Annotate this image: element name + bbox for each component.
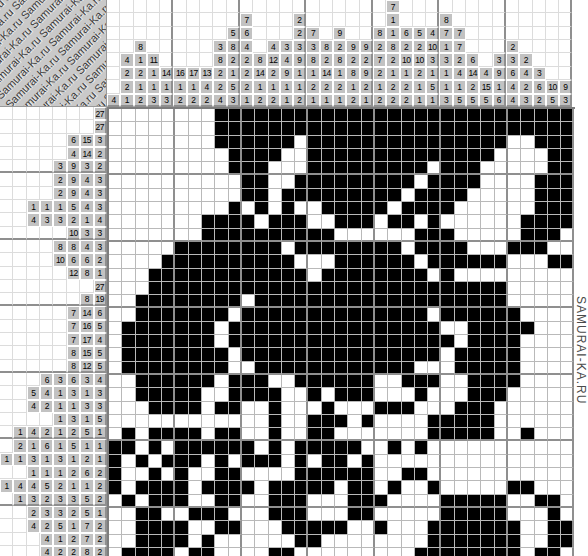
- grid-cell[interactable]: [295, 495, 308, 508]
- grid-cell[interactable]: [242, 455, 255, 468]
- grid-cell[interactable]: [441, 242, 454, 255]
- grid-cell[interactable]: [548, 175, 561, 188]
- grid-cell[interactable]: [508, 335, 521, 348]
- grid-cell[interactable]: [109, 508, 122, 521]
- grid-cell[interactable]: [468, 335, 481, 348]
- grid-cell[interactable]: [269, 215, 282, 228]
- grid-cell[interactable]: [136, 441, 149, 454]
- grid-cell[interactable]: [109, 375, 122, 388]
- grid-cell[interactable]: [122, 282, 135, 295]
- grid-cell[interactable]: [468, 481, 481, 494]
- grid-cell[interactable]: [468, 149, 481, 162]
- grid-cell[interactable]: [428, 308, 441, 321]
- grid-cell[interactable]: [109, 521, 122, 534]
- grid-cell[interactable]: [508, 468, 521, 481]
- grid-cell[interactable]: [508, 109, 521, 122]
- grid-cell[interactable]: [308, 109, 321, 122]
- grid-cell[interactable]: [189, 322, 202, 335]
- grid-cell[interactable]: [109, 481, 122, 494]
- grid-cell[interactable]: [175, 388, 188, 401]
- grid-cell[interactable]: [322, 149, 335, 162]
- grid-cell[interactable]: [508, 242, 521, 255]
- grid-cell[interactable]: [388, 468, 401, 481]
- grid-cell[interactable]: [269, 548, 282, 556]
- grid-cell[interactable]: [468, 136, 481, 149]
- grid-cell[interactable]: [122, 455, 135, 468]
- grid-cell[interactable]: [175, 242, 188, 255]
- grid-cell[interactable]: [162, 495, 175, 508]
- grid-cell[interactable]: [535, 548, 548, 556]
- grid-cell[interactable]: [455, 109, 468, 122]
- grid-cell[interactable]: [136, 415, 149, 428]
- grid-cell[interactable]: [189, 242, 202, 255]
- grid-cell[interactable]: [362, 229, 375, 242]
- grid-cell[interactable]: [508, 269, 521, 282]
- grid-cell[interactable]: [375, 322, 388, 335]
- grid-cell[interactable]: [202, 229, 215, 242]
- grid-cell[interactable]: [415, 229, 428, 242]
- grid-cell[interactable]: [242, 548, 255, 556]
- grid-cell[interactable]: [362, 428, 375, 441]
- grid-cell[interactable]: [415, 495, 428, 508]
- grid-cell[interactable]: [229, 335, 242, 348]
- grid-cell[interactable]: [388, 548, 401, 556]
- grid-cell[interactable]: [122, 295, 135, 308]
- grid-cell[interactable]: [202, 441, 215, 454]
- grid-cell[interactable]: [175, 189, 188, 202]
- grid-cell[interactable]: [348, 269, 361, 282]
- grid-cell[interactable]: [322, 441, 335, 454]
- grid-cell[interactable]: [428, 388, 441, 401]
- grid-cell[interactable]: [348, 282, 361, 295]
- grid-cell[interactable]: [215, 441, 228, 454]
- grid-cell[interactable]: [202, 455, 215, 468]
- grid-cell[interactable]: [415, 348, 428, 361]
- grid-cell[interactable]: [149, 468, 162, 481]
- grid-cell[interactable]: [415, 335, 428, 348]
- grid-cell[interactable]: [548, 335, 561, 348]
- grid-cell[interactable]: [548, 481, 561, 494]
- grid-cell[interactable]: [149, 269, 162, 282]
- grid-cell[interactable]: [295, 508, 308, 521]
- grid-cell[interactable]: [255, 348, 268, 361]
- grid-cell[interactable]: [215, 428, 228, 441]
- grid-cell[interactable]: [175, 375, 188, 388]
- grid-cell[interactable]: [149, 162, 162, 175]
- grid-cell[interactable]: [548, 162, 561, 175]
- grid-cell[interactable]: [242, 202, 255, 215]
- grid-cell[interactable]: [255, 415, 268, 428]
- grid-cell[interactable]: [548, 282, 561, 295]
- grid-cell[interactable]: [521, 348, 534, 361]
- grid-cell[interactable]: [215, 455, 228, 468]
- grid-cell[interactable]: [282, 215, 295, 228]
- grid-cell[interactable]: [375, 335, 388, 348]
- grid-cell[interactable]: [215, 481, 228, 494]
- grid-cell[interactable]: [295, 348, 308, 361]
- grid-cell[interactable]: [561, 242, 574, 255]
- grid-cell[interactable]: [468, 455, 481, 468]
- grid-cell[interactable]: [162, 175, 175, 188]
- grid-cell[interactable]: [149, 202, 162, 215]
- grid-cell[interactable]: [561, 255, 574, 268]
- grid-cell[interactable]: [402, 162, 415, 175]
- grid-cell[interactable]: [468, 308, 481, 321]
- grid-cell[interactable]: [455, 149, 468, 162]
- grid-cell[interactable]: [481, 428, 494, 441]
- grid-cell[interactable]: [402, 388, 415, 401]
- grid-cell[interactable]: [282, 122, 295, 135]
- grid-cell[interactable]: [508, 495, 521, 508]
- grid-cell[interactable]: [215, 282, 228, 295]
- grid-cell[interactable]: [535, 428, 548, 441]
- grid-cell[interactable]: [548, 388, 561, 401]
- grid-cell[interactable]: [481, 175, 494, 188]
- grid-cell[interactable]: [348, 521, 361, 534]
- grid-cell[interactable]: [481, 441, 494, 454]
- grid-cell[interactable]: [508, 295, 521, 308]
- grid-cell[interactable]: [322, 388, 335, 401]
- grid-cell[interactable]: [162, 229, 175, 242]
- grid-cell[interactable]: [388, 175, 401, 188]
- grid-cell[interactable]: [362, 415, 375, 428]
- grid-cell[interactable]: [175, 229, 188, 242]
- grid-cell[interactable]: [415, 109, 428, 122]
- grid-cell[interactable]: [521, 508, 534, 521]
- grid-cell[interactable]: [255, 175, 268, 188]
- grid-cell[interactable]: [149, 441, 162, 454]
- grid-cell[interactable]: [335, 362, 348, 375]
- grid-cell[interactable]: [189, 548, 202, 556]
- grid-cell[interactable]: [175, 202, 188, 215]
- grid-cell[interactable]: [282, 455, 295, 468]
- grid-cell[interactable]: [561, 282, 574, 295]
- grid-cell[interactable]: [295, 455, 308, 468]
- grid-cell[interactable]: [402, 335, 415, 348]
- grid-cell[interactable]: [455, 136, 468, 149]
- grid-cell[interactable]: [149, 242, 162, 255]
- grid-cell[interactable]: [468, 109, 481, 122]
- grid-cell[interactable]: [229, 415, 242, 428]
- grid-cell[interactable]: [162, 481, 175, 494]
- grid-cell[interactable]: [162, 468, 175, 481]
- grid-cell[interactable]: [109, 415, 122, 428]
- grid-cell[interactable]: [455, 535, 468, 548]
- grid-cell[interactable]: [441, 215, 454, 228]
- grid-cell[interactable]: [388, 415, 401, 428]
- grid-cell[interactable]: [136, 282, 149, 295]
- grid-cell[interactable]: [415, 535, 428, 548]
- grid-cell[interactable]: [428, 189, 441, 202]
- grid-cell[interactable]: [468, 521, 481, 534]
- grid-cell[interactable]: [136, 202, 149, 215]
- grid-cell[interactable]: [508, 162, 521, 175]
- grid-cell[interactable]: [215, 548, 228, 556]
- grid-cell[interactable]: [468, 242, 481, 255]
- grid-cell[interactable]: [455, 375, 468, 388]
- grid-cell[interactable]: [229, 495, 242, 508]
- grid-cell[interactable]: [162, 322, 175, 335]
- grid-cell[interactable]: [308, 375, 321, 388]
- grid-cell[interactable]: [202, 308, 215, 321]
- grid-cell[interactable]: [481, 242, 494, 255]
- grid-cell[interactable]: [175, 495, 188, 508]
- grid-cell[interactable]: [455, 362, 468, 375]
- grid-cell[interactable]: [548, 415, 561, 428]
- grid-cell[interactable]: [521, 109, 534, 122]
- grid-cell[interactable]: [535, 468, 548, 481]
- grid-cell[interactable]: [269, 322, 282, 335]
- grid-cell[interactable]: [109, 308, 122, 321]
- grid-cell[interactable]: [348, 122, 361, 135]
- grid-cell[interactable]: [521, 415, 534, 428]
- grid-cell[interactable]: [136, 295, 149, 308]
- grid-cell[interactable]: [402, 348, 415, 361]
- grid-cell[interactable]: [295, 242, 308, 255]
- grid-cell[interactable]: [308, 362, 321, 375]
- grid-cell[interactable]: [335, 162, 348, 175]
- grid-cell[interactable]: [468, 362, 481, 375]
- grid-cell[interactable]: [402, 441, 415, 454]
- grid-cell[interactable]: [242, 136, 255, 149]
- grid-cell[interactable]: [109, 149, 122, 162]
- grid-cell[interactable]: [295, 548, 308, 556]
- grid-cell[interactable]: [215, 322, 228, 335]
- grid-cell[interactable]: [402, 362, 415, 375]
- grid-cell[interactable]: [175, 548, 188, 556]
- grid-cell[interactable]: [175, 335, 188, 348]
- grid-cell[interactable]: [362, 441, 375, 454]
- grid-cell[interactable]: [362, 495, 375, 508]
- grid-cell[interactable]: [162, 521, 175, 534]
- grid-cell[interactable]: [215, 295, 228, 308]
- grid-cell[interactable]: [282, 282, 295, 295]
- grid-cell[interactable]: [215, 508, 228, 521]
- grid-cell[interactable]: [375, 402, 388, 415]
- grid-cell[interactable]: [109, 175, 122, 188]
- grid-cell[interactable]: [295, 308, 308, 321]
- grid-cell[interactable]: [335, 122, 348, 135]
- grid-cell[interactable]: [508, 455, 521, 468]
- grid-cell[interactable]: [428, 215, 441, 228]
- grid-cell[interactable]: [561, 229, 574, 242]
- grid-cell[interactable]: [388, 242, 401, 255]
- grid-cell[interactable]: [242, 229, 255, 242]
- grid-cell[interactable]: [109, 122, 122, 135]
- grid-cell[interactable]: [468, 322, 481, 335]
- grid-cell[interactable]: [202, 136, 215, 149]
- grid-cell[interactable]: [175, 535, 188, 548]
- grid-cell[interactable]: [308, 495, 321, 508]
- grid-cell[interactable]: [495, 202, 508, 215]
- grid-cell[interactable]: [428, 202, 441, 215]
- grid-cell[interactable]: [189, 149, 202, 162]
- grid-cell[interactable]: [402, 455, 415, 468]
- grid-cell[interactable]: [508, 348, 521, 361]
- grid-cell[interactable]: [122, 242, 135, 255]
- grid-cell[interactable]: [202, 415, 215, 428]
- grid-cell[interactable]: [122, 548, 135, 556]
- grid-cell[interactable]: [415, 415, 428, 428]
- grid-cell[interactable]: [508, 175, 521, 188]
- grid-cell[interactable]: [375, 508, 388, 521]
- grid-cell[interactable]: [548, 428, 561, 441]
- grid-cell[interactable]: [202, 335, 215, 348]
- grid-cell[interactable]: [175, 415, 188, 428]
- grid-cell[interactable]: [388, 162, 401, 175]
- grid-cell[interactable]: [521, 175, 534, 188]
- grid-cell[interactable]: [308, 255, 321, 268]
- grid-cell[interactable]: [508, 136, 521, 149]
- grid-cell[interactable]: [242, 295, 255, 308]
- grid-cell[interactable]: [428, 269, 441, 282]
- grid-cell[interactable]: [495, 122, 508, 135]
- grid-cell[interactable]: [495, 322, 508, 335]
- grid-cell[interactable]: [242, 255, 255, 268]
- grid-cell[interactable]: [109, 335, 122, 348]
- grid-cell[interactable]: [202, 508, 215, 521]
- grid-cell[interactable]: [455, 229, 468, 242]
- grid-cell[interactable]: [441, 202, 454, 215]
- grid-cell[interactable]: [441, 122, 454, 135]
- grid-cell[interactable]: [468, 441, 481, 454]
- grid-cell[interactable]: [428, 175, 441, 188]
- grid-cell[interactable]: [335, 348, 348, 361]
- grid-cell[interactable]: [481, 535, 494, 548]
- grid-cell[interactable]: [335, 402, 348, 415]
- grid-cell[interactable]: [229, 269, 242, 282]
- grid-cell[interactable]: [202, 535, 215, 548]
- grid-cell[interactable]: [402, 282, 415, 295]
- grid-cell[interactable]: [415, 189, 428, 202]
- grid-cell[interactable]: [481, 149, 494, 162]
- grid-cell[interactable]: [481, 215, 494, 228]
- grid-cell[interactable]: [282, 348, 295, 361]
- grid-cell[interactable]: [322, 495, 335, 508]
- grid-cell[interactable]: [282, 402, 295, 415]
- grid-cell[interactable]: [335, 375, 348, 388]
- grid-cell[interactable]: [495, 149, 508, 162]
- grid-cell[interactable]: [322, 282, 335, 295]
- grid-cell[interactable]: [255, 189, 268, 202]
- grid-cell[interactable]: [215, 388, 228, 401]
- grid-cell[interactable]: [348, 242, 361, 255]
- grid-cell[interactable]: [375, 388, 388, 401]
- grid-cell[interactable]: [162, 215, 175, 228]
- grid-cell[interactable]: [109, 255, 122, 268]
- grid-cell[interactable]: [322, 415, 335, 428]
- grid-cell[interactable]: [428, 548, 441, 556]
- grid-cell[interactable]: [269, 175, 282, 188]
- grid-cell[interactable]: [122, 375, 135, 388]
- grid-cell[interactable]: [308, 282, 321, 295]
- grid-cell[interactable]: [136, 149, 149, 162]
- grid-cell[interactable]: [402, 428, 415, 441]
- grid-cell[interactable]: [508, 415, 521, 428]
- grid-cell[interactable]: [481, 375, 494, 388]
- grid-cell[interactable]: [388, 295, 401, 308]
- grid-cell[interactable]: [242, 375, 255, 388]
- grid-cell[interactable]: [295, 109, 308, 122]
- grid-cell[interactable]: [548, 109, 561, 122]
- grid-cell[interactable]: [322, 109, 335, 122]
- grid-cell[interactable]: [308, 175, 321, 188]
- grid-cell[interactable]: [548, 495, 561, 508]
- grid-cell[interactable]: [202, 362, 215, 375]
- grid-cell[interactable]: [348, 402, 361, 415]
- grid-cell[interactable]: [189, 295, 202, 308]
- grid-cell[interactable]: [189, 335, 202, 348]
- grid-cell[interactable]: [295, 441, 308, 454]
- grid-cell[interactable]: [481, 122, 494, 135]
- grid-cell[interactable]: [269, 521, 282, 534]
- grid-cell[interactable]: [282, 362, 295, 375]
- grid-cell[interactable]: [561, 109, 574, 122]
- grid-cell[interactable]: [175, 149, 188, 162]
- grid-cell[interactable]: [561, 175, 574, 188]
- grid-cell[interactable]: [495, 175, 508, 188]
- grid-cell[interactable]: [149, 335, 162, 348]
- grid-cell[interactable]: [521, 136, 534, 149]
- grid-cell[interactable]: [455, 322, 468, 335]
- grid-cell[interactable]: [535, 269, 548, 282]
- grid-cell[interactable]: [109, 136, 122, 149]
- grid-cell[interactable]: [481, 455, 494, 468]
- grid-cell[interactable]: [495, 282, 508, 295]
- grid-cell[interactable]: [255, 335, 268, 348]
- grid-cell[interactable]: [295, 375, 308, 388]
- grid-cell[interactable]: [109, 229, 122, 242]
- grid-cell[interactable]: [149, 175, 162, 188]
- grid-cell[interactable]: [441, 162, 454, 175]
- grid-cell[interactable]: [548, 402, 561, 415]
- grid-cell[interactable]: [548, 548, 561, 556]
- grid-cell[interactable]: [388, 375, 401, 388]
- grid-cell[interactable]: [295, 162, 308, 175]
- grid-cell[interactable]: [269, 535, 282, 548]
- grid-cell[interactable]: [215, 495, 228, 508]
- grid-cell[interactable]: [229, 481, 242, 494]
- grid-cell[interactable]: [242, 122, 255, 135]
- grid-cell[interactable]: [508, 548, 521, 556]
- grid-cell[interactable]: [269, 388, 282, 401]
- grid-cell[interactable]: [109, 269, 122, 282]
- grid-cell[interactable]: [455, 402, 468, 415]
- grid-cell[interactable]: [162, 402, 175, 415]
- grid-cell[interactable]: [136, 189, 149, 202]
- grid-cell[interactable]: [149, 215, 162, 228]
- grid-cell[interactable]: [255, 548, 268, 556]
- grid-cell[interactable]: [295, 175, 308, 188]
- grid-cell[interactable]: [508, 535, 521, 548]
- grid-cell[interactable]: [189, 308, 202, 321]
- grid-cell[interactable]: [215, 202, 228, 215]
- grid-cell[interactable]: [402, 508, 415, 521]
- grid-cell[interactable]: [149, 295, 162, 308]
- grid-cell[interactable]: [455, 495, 468, 508]
- grid-cell[interactable]: [109, 295, 122, 308]
- grid-cell[interactable]: [189, 468, 202, 481]
- grid-cell[interactable]: [322, 402, 335, 415]
- grid-cell[interactable]: [428, 136, 441, 149]
- grid-cell[interactable]: [388, 136, 401, 149]
- grid-cell[interactable]: [242, 282, 255, 295]
- grid-cell[interactable]: [322, 269, 335, 282]
- grid-cell[interactable]: [308, 149, 321, 162]
- grid-cell[interactable]: [269, 441, 282, 454]
- grid-cell[interactable]: [362, 189, 375, 202]
- grid-cell[interactable]: [508, 375, 521, 388]
